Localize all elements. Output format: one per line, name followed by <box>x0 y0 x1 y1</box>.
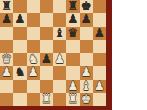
square-a2[interactable] <box>0 80 13 93</box>
square-a8[interactable]: ♜ <box>0 0 13 13</box>
square-d7[interactable] <box>40 13 53 26</box>
black-rook[interactable]: ♜ <box>66 0 79 13</box>
white-knight[interactable]: ♞ <box>27 53 40 66</box>
square-f2[interactable]: ♟ <box>66 80 79 93</box>
square-d1[interactable]: ♜ <box>40 93 53 106</box>
square-g4[interactable] <box>80 53 93 66</box>
black-queen[interactable]: ♛ <box>66 27 79 40</box>
black-rook[interactable]: ♜ <box>0 0 13 13</box>
square-g3[interactable]: ♟ <box>80 66 93 79</box>
square-e8[interactable] <box>53 0 66 13</box>
square-a6[interactable] <box>0 27 13 40</box>
square-c1[interactable] <box>27 93 40 106</box>
square-b1[interactable] <box>13 93 26 106</box>
square-g7[interactable]: ♟ <box>80 13 93 26</box>
square-h3[interactable] <box>93 66 106 79</box>
white-rook[interactable]: ♜ <box>40 93 53 106</box>
square-h6[interactable]: ♟ <box>93 27 106 40</box>
square-e3[interactable] <box>53 66 66 79</box>
white-queen[interactable]: ♛ <box>0 53 13 66</box>
square-d4[interactable]: ♟ <box>40 53 53 66</box>
square-f6[interactable]: ♛ <box>66 27 79 40</box>
square-e1[interactable] <box>53 93 66 106</box>
white-king[interactable]: ♚ <box>80 93 93 106</box>
square-f5[interactable] <box>66 40 79 53</box>
square-e7[interactable] <box>53 13 66 26</box>
square-g6[interactable] <box>80 27 93 40</box>
square-b8[interactable] <box>13 0 26 13</box>
chess-board: ♜♜♚♟♟♟♟♝♛♟♛♞♟♟♟♞♟♟♟♝♟♜♜♚ <box>0 0 106 106</box>
white-pawn[interactable]: ♟ <box>53 53 66 66</box>
square-h1[interactable] <box>93 93 106 106</box>
white-rook[interactable]: ♜ <box>66 93 79 106</box>
square-f1[interactable]: ♜ <box>66 93 79 106</box>
square-b4[interactable] <box>13 53 26 66</box>
square-f3[interactable] <box>66 66 79 79</box>
square-c7[interactable] <box>27 13 40 26</box>
white-pawn[interactable]: ♟ <box>0 66 13 79</box>
square-d5[interactable] <box>40 40 53 53</box>
black-pawn[interactable]: ♟ <box>66 13 79 26</box>
square-h7[interactable] <box>93 13 106 26</box>
square-c2[interactable] <box>27 80 40 93</box>
square-g2[interactable]: ♝ <box>80 80 93 93</box>
square-h4[interactable] <box>93 53 106 66</box>
square-b7[interactable]: ♟ <box>13 13 26 26</box>
black-pawn[interactable]: ♟ <box>93 27 106 40</box>
square-d6[interactable] <box>40 27 53 40</box>
black-pawn[interactable]: ♟ <box>0 13 13 26</box>
square-g1[interactable]: ♚ <box>80 93 93 106</box>
black-pawn[interactable]: ♟ <box>80 13 93 26</box>
square-a3[interactable]: ♟ <box>0 66 13 79</box>
square-b6[interactable] <box>13 27 26 40</box>
black-knight[interactable]: ♞ <box>13 66 26 79</box>
black-pawn[interactable]: ♟ <box>40 53 53 66</box>
white-pawn[interactable]: ♟ <box>27 66 40 79</box>
square-g5[interactable] <box>80 40 93 53</box>
black-king[interactable]: ♚ <box>80 0 93 13</box>
square-a7[interactable]: ♟ <box>0 13 13 26</box>
white-pawn[interactable]: ♟ <box>66 80 79 93</box>
square-f4[interactable] <box>66 53 79 66</box>
square-c8[interactable] <box>27 0 40 13</box>
square-c5[interactable] <box>27 40 40 53</box>
page-canvas: ♜♜♚♟♟♟♟♝♛♟♛♞♟♟♟♞♟♟♟♝♟♜♜♚ <box>0 0 147 110</box>
square-e5[interactable] <box>53 40 66 53</box>
square-c3[interactable]: ♟ <box>27 66 40 79</box>
square-e6[interactable]: ♝ <box>53 27 66 40</box>
square-f8[interactable]: ♜ <box>66 0 79 13</box>
square-c4[interactable]: ♞ <box>27 53 40 66</box>
square-b5[interactable] <box>13 40 26 53</box>
square-h8[interactable] <box>93 0 106 13</box>
square-d2[interactable] <box>40 80 53 93</box>
square-h5[interactable] <box>93 40 106 53</box>
black-pawn[interactable]: ♟ <box>13 13 26 26</box>
board-frame: ♜♜♚♟♟♟♟♝♛♟♛♞♟♟♟♞♟♟♟♝♟♜♜♚ <box>0 0 112 110</box>
square-a5[interactable] <box>0 40 13 53</box>
square-c6[interactable] <box>27 27 40 40</box>
white-pawn[interactable]: ♟ <box>93 80 106 93</box>
square-a4[interactable]: ♛ <box>0 53 13 66</box>
white-bishop[interactable]: ♝ <box>80 80 93 93</box>
square-a1[interactable] <box>0 93 13 106</box>
square-d8[interactable] <box>40 0 53 13</box>
white-pawn[interactable]: ♟ <box>80 66 93 79</box>
square-g8[interactable]: ♚ <box>80 0 93 13</box>
square-d3[interactable] <box>40 66 53 79</box>
square-b3[interactable]: ♞ <box>13 66 26 79</box>
square-e2[interactable] <box>53 80 66 93</box>
square-f7[interactable]: ♟ <box>66 13 79 26</box>
square-e4[interactable]: ♟ <box>53 53 66 66</box>
square-h2[interactable]: ♟ <box>93 80 106 93</box>
square-b2[interactable] <box>13 80 26 93</box>
black-bishop[interactable]: ♝ <box>53 27 66 40</box>
